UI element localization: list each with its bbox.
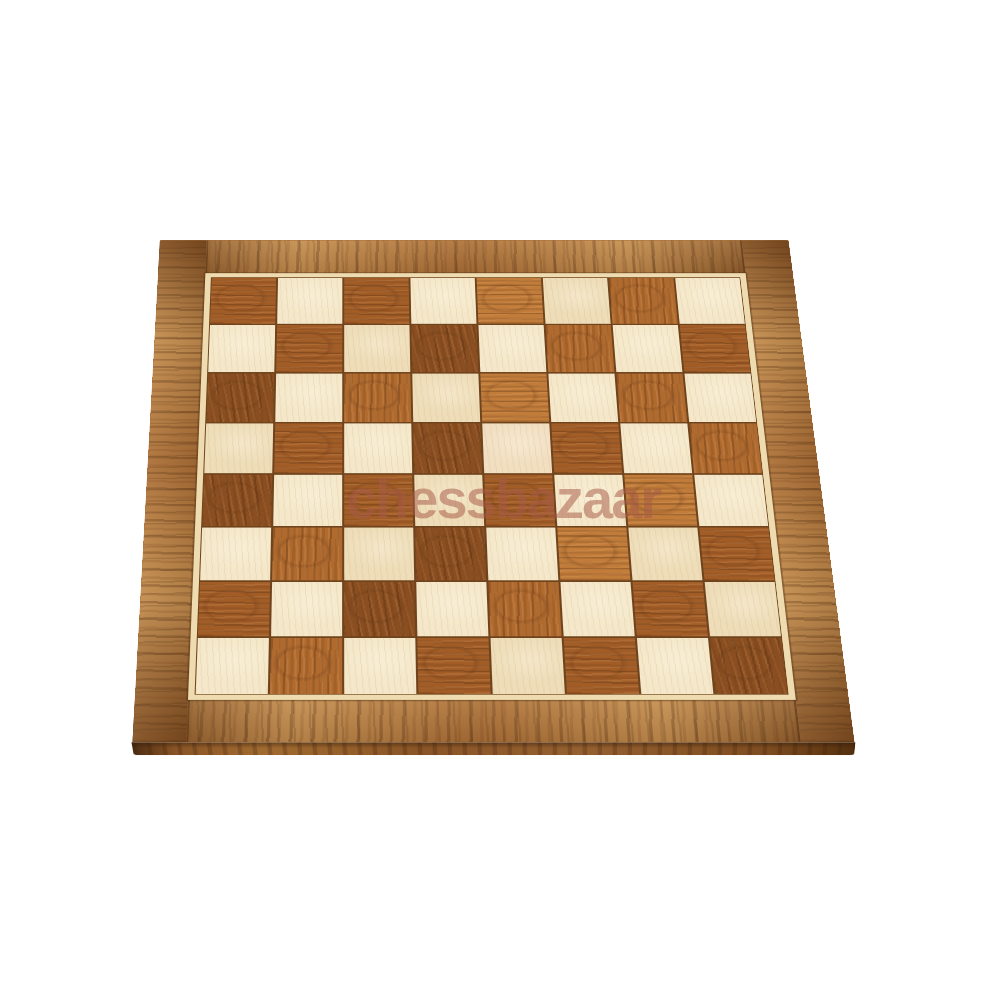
square-r0c5 <box>543 278 611 324</box>
square-r5c2 <box>344 527 414 580</box>
square-r5c7 <box>699 527 775 580</box>
square-r4c1 <box>273 475 342 527</box>
square-r1c3 <box>411 325 478 372</box>
square-r2c4 <box>480 373 549 422</box>
square-r4c0 <box>202 475 272 527</box>
square-r5c4 <box>486 527 559 580</box>
square-r6c0 <box>198 582 271 637</box>
square-r1c0 <box>208 325 275 372</box>
square-r7c1 <box>270 638 343 694</box>
square-r7c4 <box>490 638 565 694</box>
square-r6c3 <box>416 582 489 637</box>
square-r5c6 <box>628 527 703 580</box>
square-r2c5 <box>548 373 618 422</box>
square-r7c2 <box>344 638 417 694</box>
square-r0c0 <box>210 278 277 324</box>
square-r6c7 <box>704 582 781 637</box>
square-r3c0 <box>204 423 273 473</box>
square-r1c5 <box>545 325 614 372</box>
square-r3c1 <box>274 423 342 473</box>
square-r1c1 <box>276 325 343 372</box>
board-frame-bottom <box>133 700 855 742</box>
square-r5c0 <box>200 527 272 580</box>
square-r7c7 <box>710 638 788 694</box>
square-r7c6 <box>636 638 713 694</box>
board-frame-top <box>158 240 793 273</box>
square-r5c3 <box>415 527 486 580</box>
square-r0c2 <box>344 278 410 324</box>
square-r6c1 <box>271 582 343 637</box>
square-r5c5 <box>557 527 631 580</box>
square-r3c7 <box>689 423 762 473</box>
square-r6c4 <box>488 582 562 637</box>
square-r1c6 <box>612 325 682 372</box>
watermark: chessbazaar <box>346 466 660 531</box>
square-r0c7 <box>675 278 745 324</box>
board-front-edge <box>131 742 855 755</box>
square-r0c6 <box>609 278 678 324</box>
square-r6c2 <box>344 582 416 637</box>
square-r2c6 <box>616 373 687 422</box>
square-r2c1 <box>275 373 342 422</box>
square-r1c7 <box>679 325 750 372</box>
square-r0c3 <box>410 278 476 324</box>
square-r7c0 <box>196 638 270 694</box>
square-r1c4 <box>478 325 546 372</box>
square-r2c0 <box>206 373 274 422</box>
square-r7c3 <box>417 638 491 694</box>
product-photo: chessbazaar <box>0 0 1000 1000</box>
square-r6c6 <box>632 582 708 637</box>
square-r2c3 <box>412 373 480 422</box>
square-r2c2 <box>344 373 411 422</box>
square-r2c7 <box>684 373 756 422</box>
square-r1c2 <box>344 325 411 372</box>
square-r7c5 <box>563 638 639 694</box>
square-r0c1 <box>277 278 343 324</box>
square-r0c4 <box>476 278 543 324</box>
square-r4c7 <box>694 475 768 527</box>
square-r6c5 <box>560 582 635 637</box>
square-r5c1 <box>272 527 342 580</box>
